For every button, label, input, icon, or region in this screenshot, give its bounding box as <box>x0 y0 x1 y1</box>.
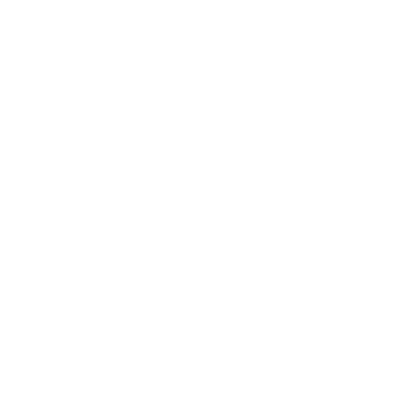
photo-crop <box>0 62 400 400</box>
product-photo <box>0 0 400 400</box>
scene-3d <box>0 62 400 400</box>
board-top-surface <box>0 62 400 265</box>
chess-board <box>0 62 400 265</box>
